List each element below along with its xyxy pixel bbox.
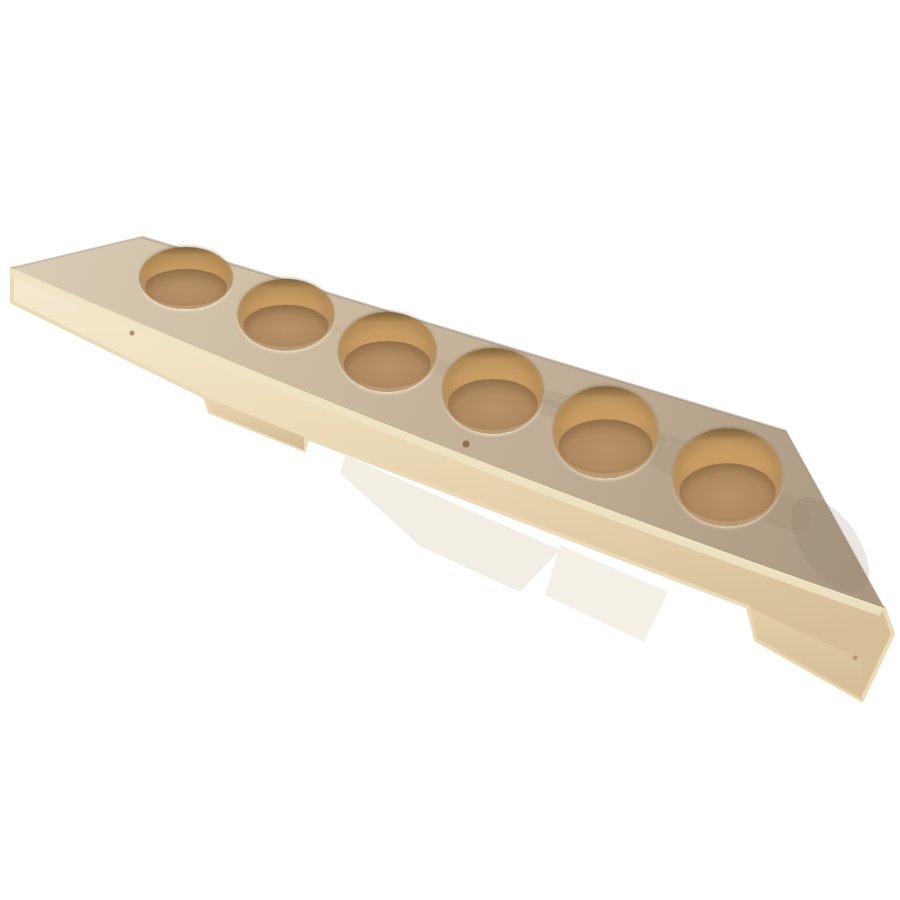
pit-floor-2 [243, 305, 328, 348]
pit-floor-6 [679, 463, 776, 521]
pit-floor-5 [559, 419, 652, 473]
wood-knot [463, 441, 470, 448]
pit-2[interactable] [237, 279, 334, 351]
pit-floor-3 [344, 341, 431, 388]
pit-floor-4 [448, 379, 538, 430]
pit-6[interactable] [672, 428, 782, 526]
pit-1[interactable] [139, 247, 233, 309]
wood-knot [853, 656, 858, 661]
mancala-board-photo [0, 0, 900, 900]
pit-4[interactable] [442, 348, 544, 434]
pit-floor-1 [145, 269, 228, 306]
pit-3[interactable] [338, 312, 437, 392]
wood-knot [130, 331, 135, 336]
pit-5[interactable] [553, 386, 659, 478]
